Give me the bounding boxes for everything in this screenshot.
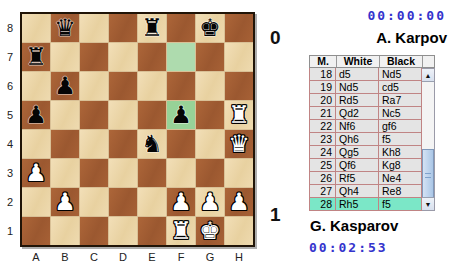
white-move[interactable]: Qd2 <box>336 107 379 120</box>
rank-label-5: 5 <box>3 101 17 129</box>
white-move[interactable]: Qg5 <box>336 146 379 159</box>
black-move[interactable]: Nd5 <box>379 68 422 81</box>
white-move[interactable]: Rh5 <box>336 198 379 211</box>
move-table-header: M. White Black <box>309 55 435 68</box>
rank-label-7: 7 <box>3 43 17 71</box>
square-e4[interactable]: ♞ <box>138 130 166 158</box>
black-move[interactable]: f5 <box>379 133 422 146</box>
move-row-19[interactable]: 19Nd5cd5 <box>310 81 422 94</box>
clock-black: 00:00:00 <box>367 8 446 23</box>
square-h1[interactable] <box>225 217 253 245</box>
file-labels: ABCDEFGH <box>22 250 253 263</box>
square-g6[interactable] <box>196 72 224 100</box>
piece-black-pawn[interactable]: ♟ <box>25 102 47 128</box>
header-move-number: M. <box>310 56 337 67</box>
move-number[interactable]: 28 <box>310 198 336 211</box>
move-row-28[interactable]: 28Rh5f5 <box>310 198 422 211</box>
black-move[interactable]: Kh8 <box>379 146 422 159</box>
scrollbar-thumb[interactable] <box>422 149 434 201</box>
piece-black-rook[interactable]: ♜ <box>25 44 47 70</box>
square-f4[interactable] <box>167 130 195 158</box>
move-number[interactable]: 26 <box>310 172 336 185</box>
white-move[interactable]: Nd5 <box>336 81 379 94</box>
move-number[interactable]: 27 <box>310 185 336 198</box>
square-g1[interactable]: ♚ <box>196 217 224 245</box>
square-f3[interactable] <box>167 159 195 187</box>
square-h7[interactable] <box>225 43 253 71</box>
square-c1[interactable] <box>80 217 108 245</box>
square-a5[interactable]: ♟ <box>22 101 50 129</box>
clock-white: 00:02:53 <box>309 240 388 255</box>
move-row-20[interactable]: 20Rd5Ra7 <box>310 94 422 107</box>
black-move[interactable]: Re8 <box>379 185 422 198</box>
rank-label-3: 3 <box>3 159 17 187</box>
move-row-23[interactable]: 23Qh6f5 <box>310 133 422 146</box>
square-f1[interactable]: ♜ <box>167 217 195 245</box>
square-f8[interactable] <box>167 14 195 42</box>
square-f6[interactable] <box>167 72 195 100</box>
piece-white-pawn[interactable]: ♟ <box>170 189 192 215</box>
header-black: Black <box>380 56 423 67</box>
square-b3[interactable] <box>51 159 79 187</box>
rank-label-4: 4 <box>3 130 17 158</box>
move-number[interactable]: 19 <box>310 81 336 94</box>
piece-black-rook[interactable]: ♜ <box>141 15 163 41</box>
square-c4[interactable] <box>80 130 108 158</box>
square-b8[interactable]: ♛ <box>51 14 79 42</box>
move-list-scrollbar[interactable]: ▲ ▼ <box>422 68 435 211</box>
move-row-18[interactable]: 18d5Nd5 <box>310 68 422 81</box>
file-label-e: E <box>138 250 166 263</box>
move-row-21[interactable]: 21Qd2Nc5 <box>310 107 422 120</box>
file-label-h: H <box>225 250 253 263</box>
piece-white-queen[interactable]: ♛ <box>228 131 250 157</box>
square-b1[interactable] <box>51 217 79 245</box>
header-stub <box>423 56 434 67</box>
square-g7[interactable] <box>196 43 224 71</box>
black-move[interactable]: f5 <box>379 198 422 211</box>
rank-label-1: 1 <box>3 217 17 245</box>
square-c8[interactable] <box>80 14 108 42</box>
piece-black-king[interactable]: ♚ <box>199 15 221 41</box>
white-move[interactable]: Qh4 <box>336 185 379 198</box>
move-row-25[interactable]: 25Qf6Kg8 <box>310 159 422 172</box>
move-number[interactable]: 22 <box>310 120 336 133</box>
white-move[interactable]: Rf5 <box>336 172 379 185</box>
black-move[interactable]: Nc5 <box>379 107 422 120</box>
white-move[interactable]: Nf6 <box>336 120 379 133</box>
square-h2[interactable]: ♟ <box>225 188 253 216</box>
file-label-f: F <box>167 250 195 263</box>
move-row-24[interactable]: 24Qg5Kh8 <box>310 146 422 159</box>
square-e5[interactable] <box>138 101 166 129</box>
move-number[interactable]: 25 <box>310 159 336 172</box>
player-name-black: A. Karpov <box>376 29 447 46</box>
piece-white-pawn[interactable]: ♟ <box>228 189 250 215</box>
square-e3[interactable] <box>138 159 166 187</box>
player-name-white: G. Kasparov <box>310 217 398 234</box>
move-row-26[interactable]: 26Rf5Ne4 <box>310 172 422 185</box>
square-d5[interactable] <box>109 101 137 129</box>
scroll-up-icon[interactable]: ▲ <box>422 69 434 82</box>
square-d4[interactable] <box>109 130 137 158</box>
square-f2[interactable]: ♟ <box>167 188 195 216</box>
square-f5[interactable]: ♟ <box>167 101 195 129</box>
square-g3[interactable] <box>196 159 224 187</box>
square-g4[interactable] <box>196 130 224 158</box>
square-e7[interactable] <box>138 43 166 71</box>
piece-white-rook[interactable]: ♜ <box>228 102 250 128</box>
square-a8[interactable] <box>22 14 50 42</box>
header-white: White <box>337 56 380 67</box>
square-h4[interactable]: ♛ <box>225 130 253 158</box>
piece-white-pawn[interactable]: ♟ <box>199 189 221 215</box>
square-e1[interactable] <box>138 217 166 245</box>
file-label-c: C <box>80 250 108 263</box>
move-number[interactable]: 18 <box>310 68 336 81</box>
square-d1[interactable] <box>109 217 137 245</box>
piece-black-queen[interactable]: ♛ <box>54 15 76 41</box>
rank-label-2: 2 <box>3 188 17 216</box>
rank-label-8: 8 <box>3 14 17 42</box>
square-a6[interactable] <box>22 72 50 100</box>
move-number[interactable]: 24 <box>310 146 336 159</box>
piece-white-pawn[interactable]: ♟ <box>25 160 47 186</box>
square-b5[interactable] <box>51 101 79 129</box>
file-label-b: B <box>51 250 79 263</box>
piece-white-pawn[interactable]: ♟ <box>54 189 76 215</box>
scroll-down-icon[interactable]: ▼ <box>422 197 434 210</box>
white-move[interactable]: Qf6 <box>336 159 379 172</box>
square-b4[interactable] <box>51 130 79 158</box>
black-move[interactable]: Kg8 <box>379 159 422 172</box>
square-b7[interactable] <box>51 43 79 71</box>
square-d3[interactable] <box>109 159 137 187</box>
square-a7[interactable]: ♜ <box>22 43 50 71</box>
move-row-22[interactable]: 22Nf6gf6 <box>310 120 422 133</box>
move-number[interactable]: 23 <box>310 133 336 146</box>
square-b2[interactable]: ♟ <box>51 188 79 216</box>
white-move[interactable]: Qh6 <box>336 133 379 146</box>
square-c6[interactable] <box>80 72 108 100</box>
square-e8[interactable]: ♜ <box>138 14 166 42</box>
square-h5[interactable]: ♜ <box>225 101 253 129</box>
rank-label-6: 6 <box>3 72 17 100</box>
black-move[interactable]: gf6 <box>379 120 422 133</box>
file-label-d: D <box>109 250 137 263</box>
piece-white-king[interactable]: ♚ <box>199 218 221 244</box>
file-label-a: A <box>22 250 50 263</box>
move-row-27[interactable]: 27Qh4Re8 <box>310 185 422 198</box>
square-f7[interactable] <box>167 43 195 71</box>
square-c2[interactable] <box>80 188 108 216</box>
black-move[interactable]: Ne4 <box>379 172 422 185</box>
piece-black-pawn[interactable]: ♟ <box>170 102 192 128</box>
square-g2[interactable]: ♟ <box>196 188 224 216</box>
white-move[interactable]: Rd5 <box>336 94 379 107</box>
square-g5[interactable] <box>196 101 224 129</box>
square-a1[interactable] <box>22 217 50 245</box>
score-white: 1 <box>270 204 281 226</box>
move-number[interactable]: 21 <box>310 107 336 120</box>
square-a2[interactable] <box>22 188 50 216</box>
square-h3[interactable] <box>225 159 253 187</box>
black-move[interactable]: Ra7 <box>379 94 422 107</box>
square-d7[interactable] <box>109 43 137 71</box>
square-d6[interactable] <box>109 72 137 100</box>
square-h8[interactable] <box>225 14 253 42</box>
square-g8[interactable]: ♚ <box>196 14 224 42</box>
square-h6[interactable] <box>225 72 253 100</box>
file-label-g: G <box>196 250 224 263</box>
rank-labels: 87654321 <box>3 14 17 245</box>
move-number[interactable]: 20 <box>310 94 336 107</box>
square-b6[interactable]: ♟ <box>51 72 79 100</box>
move-rows: 18d5Nd519Nd5cd520Rd5Ra721Qd2Nc522Nf6gf62… <box>309 68 422 211</box>
move-table: M. White Black 18d5Nd519Nd5cd520Rd5Ra721… <box>309 55 435 211</box>
score-black: 0 <box>270 27 281 49</box>
piece-black-pawn[interactable]: ♟ <box>54 73 76 99</box>
white-move[interactable]: d5 <box>336 68 379 81</box>
square-a3[interactable]: ♟ <box>22 159 50 187</box>
square-e2[interactable] <box>138 188 166 216</box>
square-c3[interactable] <box>80 159 108 187</box>
piece-black-knight[interactable]: ♞ <box>141 131 163 157</box>
square-a4[interactable] <box>22 130 50 158</box>
piece-white-rook[interactable]: ♜ <box>170 218 192 244</box>
square-c5[interactable] <box>80 101 108 129</box>
chess-board: ♛♜♚♜♟♟♟♜♞♛♟♟♟♟♟♜♚ <box>20 12 255 247</box>
square-c7[interactable] <box>80 43 108 71</box>
square-d8[interactable] <box>109 14 137 42</box>
square-d2[interactable] <box>109 188 137 216</box>
black-move[interactable]: cd5 <box>379 81 422 94</box>
square-e6[interactable] <box>138 72 166 100</box>
